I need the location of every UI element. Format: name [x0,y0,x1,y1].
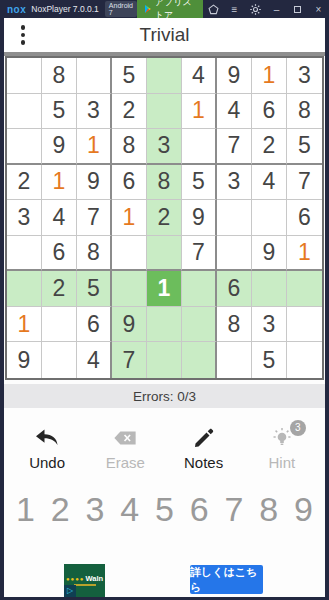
cell-r8c2[interactable] [42,307,77,343]
numpad-digit-5[interactable]: 5 [155,492,174,526]
close-icon[interactable]: × [308,0,329,18]
errors-label: Errors: 0/3 [133,389,196,404]
cell-r7c4[interactable] [112,271,147,307]
ad-play-icon[interactable]: ▷ [64,585,76,597]
ad-brand-subline [74,584,96,586]
pencil-icon [193,426,215,450]
cell-r5c9[interactable]: 6 [287,200,322,236]
cell-r5c1[interactable]: 3 [7,200,42,236]
cell-r2c8[interactable]: 6 [252,94,287,130]
numpad-digit-4[interactable]: 4 [120,492,139,526]
cell-r2c7[interactable]: 4 [217,94,252,130]
cell-r2c3[interactable]: 3 [77,94,112,130]
cell-r7c9[interactable] [287,271,322,307]
cell-r7c6[interactable] [182,271,217,307]
hint-label: Hint [269,454,296,471]
cell-r6c4[interactable] [112,236,147,272]
cell-r3c2[interactable]: 9 [42,129,77,165]
cell-r6c1[interactable] [7,236,42,272]
cell-r7c5[interactable]: 1 [147,271,182,307]
nox-logo: nox [0,4,31,15]
cell-r5c3[interactable]: 7 [77,200,112,236]
cell-r5c7[interactable] [217,200,252,236]
cell-r1c9[interactable]: 3 [287,58,322,94]
numpad-digit-1[interactable]: 1 [16,492,35,526]
undo-arrow-icon [34,426,60,450]
cell-r2c1[interactable] [7,94,42,130]
cell-r8c5[interactable] [147,307,182,343]
cell-r8c6[interactable] [182,307,217,343]
cell-r2c2[interactable]: 5 [42,94,77,130]
cell-r5c4[interactable]: 1 [112,200,147,236]
android-version-badge: Android 7 [105,1,137,17]
cell-r1c8[interactable]: 1 [252,58,287,94]
cell-r8c7[interactable]: 8 [217,307,252,343]
cell-r4c2[interactable]: 1 [42,165,77,201]
cell-r8c1[interactable]: 1 [7,307,42,343]
cell-r3c5[interactable]: 3 [147,129,182,165]
cell-r6c6[interactable]: 7 [182,236,217,272]
cell-r5c6[interactable]: 9 [182,200,217,236]
cell-r4c6[interactable]: 5 [182,165,217,201]
numpad-digit-3[interactable]: 3 [86,492,105,526]
cell-r2c9[interactable]: 8 [287,94,322,130]
cell-r7c3[interactable]: 5 [77,271,112,307]
undo-label: Undo [29,454,65,471]
ad-cta-button[interactable]: 詳しくはこちら [190,565,263,594]
cell-r6c2[interactable]: 6 [42,236,77,272]
numpad-digit-6[interactable]: 6 [190,492,209,526]
spacer [4,536,325,563]
cell-r3c3[interactable]: 1 [77,129,112,165]
cell-r7c1[interactable] [7,271,42,307]
numpad-digit-8[interactable]: 8 [259,492,278,526]
cell-r6c9[interactable]: 1 [287,236,322,272]
cell-r7c2[interactable]: 2 [42,271,77,307]
toolbar: Undo Erase Notes [4,408,325,482]
cell-r9c3[interactable]: 4 [77,342,112,378]
app-header: Trivial [4,18,325,52]
erase-button[interactable]: Erase [89,426,161,471]
cell-r3c9[interactable]: 5 [287,129,322,165]
maximize-icon[interactable] [287,0,308,18]
home-icon[interactable] [203,0,224,18]
cell-r1c2[interactable]: 8 [42,58,77,94]
cell-r9c4[interactable]: 7 [112,342,147,378]
cell-r6c8[interactable]: 9 [252,236,287,272]
window-controls: ≡ – × [203,0,329,18]
cell-r7c8[interactable] [252,271,287,307]
cell-r4c8[interactable]: 4 [252,165,287,201]
menu-icon[interactable]: ≡ [224,0,245,18]
cell-r8c4[interactable]: 9 [112,307,147,343]
cell-r1c3[interactable] [77,58,112,94]
numpad-digit-7[interactable]: 7 [225,492,244,526]
undo-button[interactable]: Undo [11,426,83,471]
app-store-button[interactable]: アプリストア [137,0,203,18]
cell-r3c8[interactable]: 2 [252,129,287,165]
cell-r6c3[interactable]: 8 [77,236,112,272]
cell-r9c5[interactable] [147,342,182,378]
hint-count-badge: 3 [290,420,306,436]
cell-r5c2[interactable]: 4 [42,200,77,236]
cell-r2c5[interactable] [147,94,182,130]
cell-r1c7[interactable]: 9 [217,58,252,94]
cell-r1c6[interactable]: 4 [182,58,217,94]
ad-banner: ●●●● Waln ▷ 詳しくはこちら [4,563,325,597]
cell-r8c9[interactable] [287,307,322,343]
ad-brand-name: Waln [85,575,103,583]
cell-r2c4[interactable]: 2 [112,94,147,130]
cell-r1c1[interactable] [7,58,42,94]
cell-r3c1[interactable] [7,129,42,165]
page-title: Trivial [4,24,325,46]
cell-r2c6[interactable]: 1 [182,94,217,130]
cell-r4c3[interactable]: 9 [77,165,112,201]
sudoku-grid: 8549135321468918372521968534734712966879… [5,56,324,380]
ad-thumbnail[interactable]: ●●●● Waln ▷ [64,564,105,597]
notes-button[interactable]: Notes [168,426,240,471]
window-title: NoxPlayer 7.0.0.1 [31,4,99,14]
cell-r9c1[interactable]: 9 [7,342,42,378]
emulator-titlebar: nox NoxPlayer 7.0.0.1 Android 7 アプリストア ≡ [0,0,329,18]
cell-r8c8[interactable]: 3 [252,307,287,343]
cell-r1c5[interactable] [147,58,182,94]
hint-button[interactable]: 3 Hint [246,426,318,471]
cell-r4c5[interactable]: 8 [147,165,182,201]
cell-r6c5[interactable] [147,236,182,272]
cell-r3c6[interactable] [182,129,217,165]
errors-status: Errors: 0/3 [4,384,325,408]
cell-r3c4[interactable]: 8 [112,129,147,165]
google-play-icon [145,4,151,14]
cell-r1c4[interactable]: 5 [112,58,147,94]
cell-r4c4[interactable]: 6 [112,165,147,201]
cell-r5c5[interactable]: 2 [147,200,182,236]
cell-r9c6[interactable] [182,342,217,378]
backspace-erase-icon [113,426,137,450]
cell-r6c7[interactable] [217,236,252,272]
cell-r9c2[interactable] [42,342,77,378]
app-screen: Trivial 85491353214689183725219685347347… [4,18,325,597]
noxplayer-window: nox NoxPlayer 7.0.0.1 Android 7 アプリストア ≡ [0,0,329,600]
minimize-icon[interactable]: – [266,0,287,18]
erase-label: Erase [106,454,145,471]
cell-r4c7[interactable]: 3 [217,165,252,201]
cell-r9c9[interactable] [287,342,322,378]
settings-gear-icon[interactable] [245,0,266,18]
cell-r7c7[interactable]: 6 [217,271,252,307]
cell-r5c8[interactable] [252,200,287,236]
cell-r8c3[interactable]: 6 [77,307,112,343]
cell-r3c7[interactable]: 7 [217,129,252,165]
cell-r4c9[interactable]: 7 [287,165,322,201]
numpad: 123456789 [4,482,325,536]
cell-r4c1[interactable]: 2 [7,165,42,201]
numpad-digit-9[interactable]: 9 [294,492,313,526]
numpad-digit-2[interactable]: 2 [51,492,70,526]
notes-label: Notes [184,454,223,471]
cell-r9c7[interactable] [217,342,252,378]
cell-r9c8[interactable]: 5 [252,342,287,378]
ad-brand-dots: ●●●● [66,576,85,582]
